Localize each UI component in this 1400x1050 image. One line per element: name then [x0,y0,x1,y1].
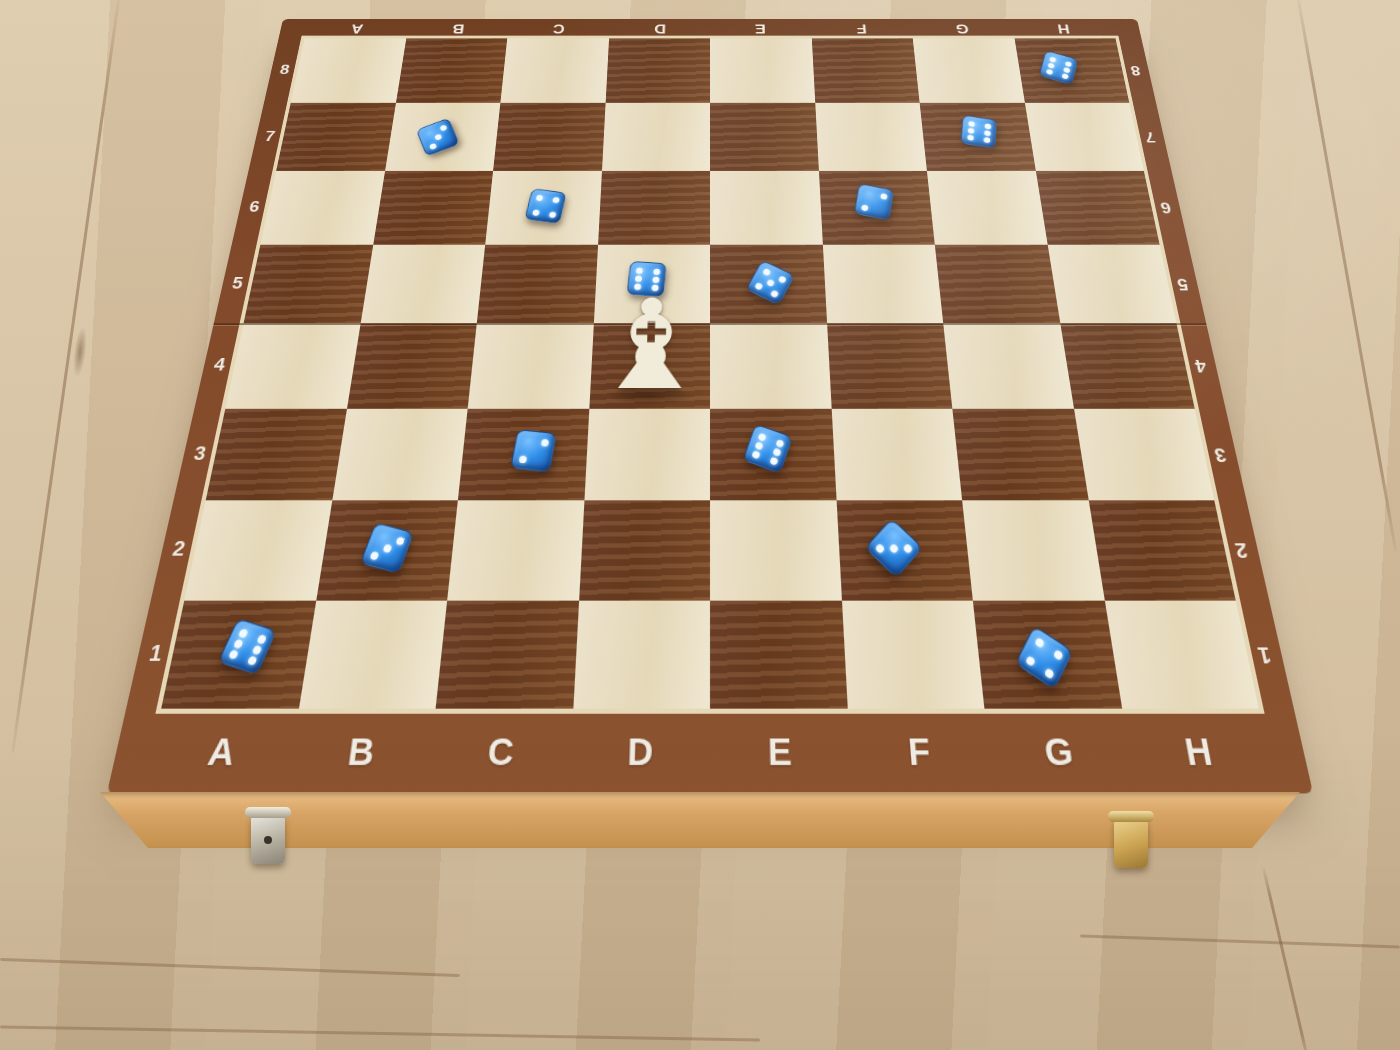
floor-plank-seam [1262,868,1310,1050]
latch-hinge-bar [245,807,291,818]
die-pip [369,551,379,561]
chess-board: ABCDEFGH ABCDEFGH 87654321 87654321 ♝ [107,19,1313,793]
die-pip [775,439,784,448]
die-pip [757,432,766,441]
die-pip [1053,648,1064,660]
die-pip [1044,666,1055,678]
die-pip [762,267,771,275]
die-pip [754,441,763,450]
die-pip [770,289,779,298]
white-bishop[interactable]: ♝ [561,275,737,417]
die-pip [1064,60,1071,66]
floor-plank-seam [1297,0,1397,552]
latch-hinge-bar [1108,811,1154,822]
die-c6[interactable] [524,189,566,225]
die-e3[interactable] [742,424,793,474]
die-h8[interactable] [1039,50,1079,85]
die-pip [874,543,885,554]
die-pip [434,133,442,140]
die-pip [772,447,781,456]
die-pip [1034,635,1045,647]
die-a1[interactable] [218,617,277,674]
pieces-overlay: ♝ [107,19,1313,793]
die-c3[interactable] [510,429,557,472]
die-pip [518,455,527,463]
die-pip [535,195,543,201]
die-e5[interactable] [746,260,796,306]
die-pip [967,134,974,140]
die-pip [902,543,913,554]
die-f6[interactable] [854,183,894,220]
die-pip [439,124,447,131]
board-scene: ABCDEFGH ABCDEFGH 87654321 87654321 ♝ [210,0,1210,740]
die-pip [1061,72,1068,79]
box-latch-left [251,814,285,864]
die-pip [395,536,405,545]
die-pip [247,654,258,665]
die-pip [754,281,763,289]
die-pip [880,193,887,200]
die-g7[interactable] [960,115,997,149]
die-pip [382,544,392,554]
die-g1[interactable] [1015,625,1074,690]
floor-plank-seam [0,1025,760,1041]
die-pip [984,129,991,135]
die-pip [968,120,975,126]
die-pip [984,123,991,129]
die-pip [531,209,539,216]
die-pip [548,211,556,218]
floor-wood-knot [71,325,89,378]
die-pip [1063,66,1070,72]
die-pip [429,142,437,149]
die-pip [1049,56,1056,62]
die-pip [769,456,778,465]
die-pip [861,204,868,211]
die-pip [967,127,974,133]
die-pip [228,648,239,659]
die-pip [238,627,249,637]
floor-plank-seam [11,0,120,753]
die-pip [233,637,244,648]
die-pip [766,278,775,286]
die-pip [540,439,549,447]
box-latch-right [1114,818,1148,868]
die-pip [751,450,760,459]
die-pip [983,136,990,142]
die-pip [888,543,899,554]
die-f2[interactable] [864,518,923,579]
die-pip [257,633,268,643]
latch-hole [264,836,272,844]
floor-plank-seam [0,958,460,977]
floor-plank-seam [1080,934,1400,948]
die-pip [252,644,263,655]
die-pip [1047,62,1054,68]
die-pip [1046,68,1053,74]
die-pip [1025,654,1036,666]
die-b2[interactable] [359,523,414,575]
die-b7[interactable] [416,117,460,156]
die-pip [778,275,787,283]
die-pip [552,197,560,204]
